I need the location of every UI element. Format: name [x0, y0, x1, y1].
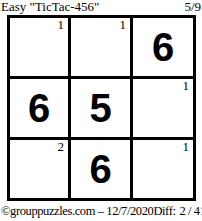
- difficulty-value: 2 / 41: [179, 204, 202, 219]
- cell-r2c2[interactable]: 5: [71, 79, 130, 137]
- cell-value: 6: [89, 149, 111, 189]
- cell-r3c1[interactable]: 2: [10, 140, 68, 198]
- tictac-board: 1 1 6 6 5 1 2 6 1: [7, 15, 196, 201]
- cell-r3c3[interactable]: 1: [133, 140, 193, 198]
- cell-value: 6: [28, 88, 50, 128]
- cell-value: 5: [89, 88, 111, 128]
- cell-r1c3[interactable]: 6: [133, 18, 193, 76]
- puzzle-page: { "game": "TicTac-456 (grouppuzzles.com …: [0, 0, 202, 221]
- cell-r2c1[interactable]: 6: [10, 79, 68, 137]
- cell-clue: 1: [58, 18, 65, 32]
- cell-clue: 2: [58, 140, 65, 154]
- cell-r2c3[interactable]: 1: [133, 79, 193, 137]
- cell-clue: 1: [183, 79, 190, 93]
- puzzle-title: Easy "TicTac-456": [1, 0, 99, 14]
- cell-r1c2[interactable]: 1: [71, 18, 130, 76]
- difficulty: Diff: 2 / 41: [153, 204, 202, 219]
- difficulty-label: Diff:: [153, 204, 175, 219]
- cell-clue: 1: [183, 140, 190, 154]
- copyright-date: ©grouppuzzles.com – 12/7/2020: [1, 204, 153, 219]
- page-number: 5/9: [184, 0, 201, 14]
- footer: ©grouppuzzles.com – 12/7/2020 Diff: 2 / …: [0, 204, 202, 219]
- cell-clue: 1: [120, 18, 127, 32]
- cell-r3c2[interactable]: 6: [71, 140, 130, 198]
- cell-r1c1[interactable]: 1: [10, 18, 68, 76]
- cell-value: 6: [152, 27, 174, 67]
- header: Easy "TicTac-456" 5/9: [0, 0, 202, 15]
